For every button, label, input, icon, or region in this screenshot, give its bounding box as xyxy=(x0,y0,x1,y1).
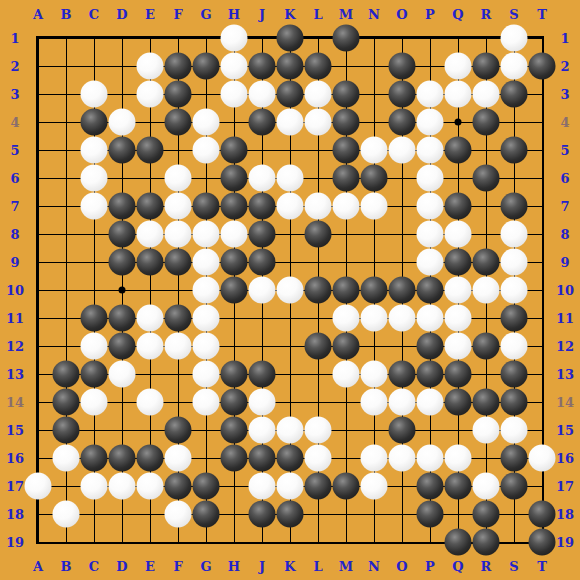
stone-H6[interactable] xyxy=(221,165,248,192)
row-label-9-left: 9 xyxy=(10,255,19,270)
stone-G10[interactable] xyxy=(193,277,220,304)
stone-H7[interactable] xyxy=(221,193,248,220)
column-label-P-top: P xyxy=(425,7,435,22)
column-label-M-top: M xyxy=(339,7,353,22)
stone-S7[interactable] xyxy=(501,193,528,220)
stone-N10[interactable] xyxy=(361,277,388,304)
stone-J9[interactable] xyxy=(249,249,276,276)
stone-F8[interactable] xyxy=(165,221,192,248)
stone-B18[interactable] xyxy=(53,501,80,528)
star-point-D10 xyxy=(119,287,126,294)
stone-P8[interactable] xyxy=(417,221,444,248)
stone-P12[interactable] xyxy=(417,333,444,360)
row-label-3-left: 3 xyxy=(10,87,19,102)
stone-J6[interactable] xyxy=(249,165,276,192)
row-label-4-left: 4 xyxy=(10,115,19,130)
stone-T18[interactable] xyxy=(529,501,556,528)
stone-P14[interactable] xyxy=(417,389,444,416)
row-label-10-left: 10 xyxy=(6,283,24,298)
stone-N13[interactable] xyxy=(361,361,388,388)
stone-S17[interactable] xyxy=(501,473,528,500)
row-label-16-left: 16 xyxy=(6,451,24,466)
stone-L2[interactable] xyxy=(305,53,332,80)
column-label-C-bottom: C xyxy=(89,559,99,574)
column-label-S-bottom: S xyxy=(509,559,518,574)
stone-N11[interactable] xyxy=(361,305,388,332)
stone-P4[interactable] xyxy=(417,109,444,136)
column-label-F-top: F xyxy=(173,7,182,22)
stone-F15[interactable] xyxy=(165,417,192,444)
stone-N7[interactable] xyxy=(361,193,388,220)
stone-K10[interactable] xyxy=(277,277,304,304)
column-label-N-top: N xyxy=(368,7,380,22)
stone-F9[interactable] xyxy=(165,249,192,276)
stone-H2[interactable] xyxy=(221,53,248,80)
stone-K17[interactable] xyxy=(277,473,304,500)
stone-B14[interactable] xyxy=(53,389,80,416)
row-label-1-left: 1 xyxy=(10,31,19,46)
row-label-19-right: 19 xyxy=(556,535,574,550)
stone-R6[interactable] xyxy=(473,165,500,192)
row-label-15-right: 15 xyxy=(556,423,574,438)
column-label-K-bottom: K xyxy=(284,559,295,574)
stone-P17[interactable] xyxy=(417,473,444,500)
column-label-T-bottom: T xyxy=(537,559,547,574)
row-label-10-right: 10 xyxy=(556,283,574,298)
row-label-2-left: 2 xyxy=(10,59,19,74)
row-label-16-right: 16 xyxy=(556,451,574,466)
stone-O14[interactable] xyxy=(389,389,416,416)
column-label-N-bottom: N xyxy=(368,559,380,574)
stone-J8[interactable] xyxy=(249,221,276,248)
stone-E5[interactable] xyxy=(137,137,164,164)
column-label-B-top: B xyxy=(61,7,72,22)
stone-K2[interactable] xyxy=(277,53,304,80)
stone-M13[interactable] xyxy=(333,361,360,388)
stone-C7[interactable] xyxy=(81,193,108,220)
stone-D4[interactable] xyxy=(109,109,136,136)
stone-F11[interactable] xyxy=(165,305,192,332)
stone-O3[interactable] xyxy=(389,81,416,108)
stone-Q12[interactable] xyxy=(445,333,472,360)
stone-S13[interactable] xyxy=(501,361,528,388)
row-label-11-left: 11 xyxy=(6,311,24,326)
stone-G2[interactable] xyxy=(193,53,220,80)
stone-E7[interactable] xyxy=(137,193,164,220)
stone-G9[interactable] xyxy=(193,249,220,276)
row-label-8-right: 8 xyxy=(560,227,569,242)
row-label-6-left: 6 xyxy=(10,171,19,186)
stone-F6[interactable] xyxy=(165,165,192,192)
row-label-5-right: 5 xyxy=(560,143,569,158)
stone-K3[interactable] xyxy=(277,81,304,108)
row-label-3-right: 3 xyxy=(560,87,569,102)
stone-B13[interactable] xyxy=(53,361,80,388)
stone-C4[interactable] xyxy=(81,109,108,136)
row-label-18-left: 18 xyxy=(6,507,24,522)
row-label-18-right: 18 xyxy=(556,507,574,522)
stone-R15[interactable] xyxy=(473,417,500,444)
stone-G4[interactable] xyxy=(193,109,220,136)
stone-C3[interactable] xyxy=(81,81,108,108)
column-label-H-top: H xyxy=(228,7,240,22)
stone-Q5[interactable] xyxy=(445,137,472,164)
stone-C12[interactable] xyxy=(81,333,108,360)
row-label-9-right: 9 xyxy=(560,255,569,270)
stone-D9[interactable] xyxy=(109,249,136,276)
stone-F7[interactable] xyxy=(165,193,192,220)
stone-O2[interactable] xyxy=(389,53,416,80)
column-label-D-bottom: D xyxy=(116,559,127,574)
stone-P18[interactable] xyxy=(417,501,444,528)
stone-Q19[interactable] xyxy=(445,529,472,556)
row-label-7-right: 7 xyxy=(560,199,569,214)
stone-J13[interactable] xyxy=(249,361,276,388)
stone-C16[interactable] xyxy=(81,445,108,472)
stone-K18[interactable] xyxy=(277,501,304,528)
column-label-S-top: S xyxy=(509,7,518,22)
stone-H16[interactable] xyxy=(221,445,248,472)
column-label-R-top: R xyxy=(481,7,492,22)
stone-S1[interactable] xyxy=(501,25,528,52)
stone-D13[interactable] xyxy=(109,361,136,388)
stone-H10[interactable] xyxy=(221,277,248,304)
stone-K1[interactable] xyxy=(277,25,304,52)
stone-P9[interactable] xyxy=(417,249,444,276)
stone-T19[interactable] xyxy=(529,529,556,556)
column-label-L-top: L xyxy=(313,7,322,22)
stone-M12[interactable] xyxy=(333,333,360,360)
stone-H13[interactable] xyxy=(221,361,248,388)
stone-S14[interactable] xyxy=(501,389,528,416)
row-label-15-left: 15 xyxy=(6,423,24,438)
column-label-M-bottom: M xyxy=(339,559,353,574)
stone-M4[interactable] xyxy=(333,109,360,136)
stone-H8[interactable] xyxy=(221,221,248,248)
stone-D12[interactable] xyxy=(109,333,136,360)
stone-E12[interactable] xyxy=(137,333,164,360)
column-label-C-top: C xyxy=(89,7,99,22)
row-label-12-right: 12 xyxy=(556,339,574,354)
stone-Q16[interactable] xyxy=(445,445,472,472)
stone-R3[interactable] xyxy=(473,81,500,108)
row-label-2-right: 2 xyxy=(560,59,569,74)
stone-E11[interactable] xyxy=(137,305,164,332)
stone-L15[interactable] xyxy=(305,417,332,444)
stone-M17[interactable] xyxy=(333,473,360,500)
stone-J14[interactable] xyxy=(249,389,276,416)
stone-J15[interactable] xyxy=(249,417,276,444)
column-label-A-top: A xyxy=(33,7,43,22)
column-label-J-top: J xyxy=(259,7,265,22)
stone-Q10[interactable] xyxy=(445,277,472,304)
stone-H15[interactable] xyxy=(221,417,248,444)
column-label-R-bottom: R xyxy=(481,559,492,574)
row-label-13-right: 13 xyxy=(556,367,574,382)
stone-R19[interactable] xyxy=(473,529,500,556)
stone-G5[interactable] xyxy=(193,137,220,164)
stone-G18[interactable] xyxy=(193,501,220,528)
stone-H1[interactable] xyxy=(221,25,248,52)
stone-R18[interactable] xyxy=(473,501,500,528)
column-label-D-top: D xyxy=(116,7,127,22)
stone-P6[interactable] xyxy=(417,165,444,192)
stone-Q11[interactable] xyxy=(445,305,472,332)
stone-L12[interactable] xyxy=(305,333,332,360)
stone-M11[interactable] xyxy=(333,305,360,332)
stone-Q7[interactable] xyxy=(445,193,472,220)
stone-E17[interactable] xyxy=(137,473,164,500)
stone-S2[interactable] xyxy=(501,53,528,80)
stone-S3[interactable] xyxy=(501,81,528,108)
stone-K6[interactable] xyxy=(277,165,304,192)
stone-P10[interactable] xyxy=(417,277,444,304)
row-label-17-right: 17 xyxy=(556,479,574,494)
stone-M10[interactable] xyxy=(333,277,360,304)
star-point-Q4 xyxy=(455,119,462,126)
stone-S15[interactable] xyxy=(501,417,528,444)
stone-L7[interactable] xyxy=(305,193,332,220)
stone-Q14[interactable] xyxy=(445,389,472,416)
stone-O13[interactable] xyxy=(389,361,416,388)
stone-D7[interactable] xyxy=(109,193,136,220)
row-label-13-left: 13 xyxy=(6,367,24,382)
stone-R4[interactable] xyxy=(473,109,500,136)
column-label-Q-top: Q xyxy=(452,7,463,22)
stone-J7[interactable] xyxy=(249,193,276,220)
stone-Q8[interactable] xyxy=(445,221,472,248)
stone-S12[interactable] xyxy=(501,333,528,360)
column-label-A-bottom: A xyxy=(33,559,43,574)
stone-S8[interactable] xyxy=(501,221,528,248)
stone-M5[interactable] xyxy=(333,137,360,164)
stone-R14[interactable] xyxy=(473,389,500,416)
stone-L17[interactable] xyxy=(305,473,332,500)
stone-S9[interactable] xyxy=(501,249,528,276)
stone-D17[interactable] xyxy=(109,473,136,500)
row-label-4-right: 4 xyxy=(560,115,569,130)
stone-C13[interactable] xyxy=(81,361,108,388)
stone-H14[interactable] xyxy=(221,389,248,416)
stone-O10[interactable] xyxy=(389,277,416,304)
stone-P16[interactable] xyxy=(417,445,444,472)
row-label-14-left: 14 xyxy=(6,395,24,410)
stone-N6[interactable] xyxy=(361,165,388,192)
stone-L3[interactable] xyxy=(305,81,332,108)
stone-R2[interactable] xyxy=(473,53,500,80)
row-label-17-left: 17 xyxy=(6,479,24,494)
column-label-B-bottom: B xyxy=(61,559,72,574)
stone-M3[interactable] xyxy=(333,81,360,108)
stone-P11[interactable] xyxy=(417,305,444,332)
column-label-K-top: K xyxy=(284,7,295,22)
stone-M6[interactable] xyxy=(333,165,360,192)
stone-F17[interactable] xyxy=(165,473,192,500)
row-label-7-left: 7 xyxy=(10,199,19,214)
stone-Q2[interactable] xyxy=(445,53,472,80)
stone-G8[interactable] xyxy=(193,221,220,248)
stone-S11[interactable] xyxy=(501,305,528,332)
column-label-H-bottom: H xyxy=(228,559,240,574)
stone-F18[interactable] xyxy=(165,501,192,528)
stone-R9[interactable] xyxy=(473,249,500,276)
stone-C11[interactable] xyxy=(81,305,108,332)
stone-S5[interactable] xyxy=(501,137,528,164)
stone-P7[interactable] xyxy=(417,193,444,220)
row-label-1-right: 1 xyxy=(560,31,569,46)
row-label-5-left: 5 xyxy=(10,143,19,158)
column-label-E-top: E xyxy=(145,7,155,22)
go-board: AABBCCDDEEFFGGHHJJKKLLMMNNOOPPQQRRSSTT11… xyxy=(0,0,580,580)
column-label-G-top: G xyxy=(200,7,211,22)
stone-B16[interactable] xyxy=(53,445,80,472)
stone-J16[interactable] xyxy=(249,445,276,472)
stone-O16[interactable] xyxy=(389,445,416,472)
stone-R17[interactable] xyxy=(473,473,500,500)
stone-K15[interactable] xyxy=(277,417,304,444)
stone-H3[interactable] xyxy=(221,81,248,108)
stone-Q9[interactable] xyxy=(445,249,472,276)
stone-R10[interactable] xyxy=(473,277,500,304)
stone-E2[interactable] xyxy=(137,53,164,80)
stone-C5[interactable] xyxy=(81,137,108,164)
stone-L8[interactable] xyxy=(305,221,332,248)
stone-F12[interactable] xyxy=(165,333,192,360)
stone-E16[interactable] xyxy=(137,445,164,472)
row-label-12-left: 12 xyxy=(6,339,24,354)
stone-O5[interactable] xyxy=(389,137,416,164)
stone-E8[interactable] xyxy=(137,221,164,248)
column-label-T-top: T xyxy=(537,7,547,22)
stone-C14[interactable] xyxy=(81,389,108,416)
stone-J2[interactable] xyxy=(249,53,276,80)
stone-O4[interactable] xyxy=(389,109,416,136)
column-label-O-top: O xyxy=(396,7,407,22)
column-label-F-bottom: F xyxy=(173,559,182,574)
row-label-6-right: 6 xyxy=(560,171,569,186)
stone-P5[interactable] xyxy=(417,137,444,164)
stone-M7[interactable] xyxy=(333,193,360,220)
stone-P3[interactable] xyxy=(417,81,444,108)
stone-E9[interactable] xyxy=(137,249,164,276)
stone-G7[interactable] xyxy=(193,193,220,220)
stone-O11[interactable] xyxy=(389,305,416,332)
stone-D11[interactable] xyxy=(109,305,136,332)
stone-J3[interactable] xyxy=(249,81,276,108)
stone-K16[interactable] xyxy=(277,445,304,472)
stone-A17[interactable] xyxy=(25,473,52,500)
stone-J10[interactable] xyxy=(249,277,276,304)
stone-M1[interactable] xyxy=(333,25,360,52)
stone-T2[interactable] xyxy=(529,53,556,80)
stone-L10[interactable] xyxy=(305,277,332,304)
stone-G14[interactable] xyxy=(193,389,220,416)
row-label-14-right: 14 xyxy=(556,395,574,410)
stone-N16[interactable] xyxy=(361,445,388,472)
stone-Q3[interactable] xyxy=(445,81,472,108)
stone-T16[interactable] xyxy=(529,445,556,472)
stone-L4[interactable] xyxy=(305,109,332,136)
stone-H9[interactable] xyxy=(221,249,248,276)
stone-C6[interactable] xyxy=(81,165,108,192)
stone-C17[interactable] xyxy=(81,473,108,500)
stone-K4[interactable] xyxy=(277,109,304,136)
stone-R12[interactable] xyxy=(473,333,500,360)
stone-S16[interactable] xyxy=(501,445,528,472)
stone-G12[interactable] xyxy=(193,333,220,360)
stone-J18[interactable] xyxy=(249,501,276,528)
stone-H5[interactable] xyxy=(221,137,248,164)
stone-N14[interactable] xyxy=(361,389,388,416)
row-label-11-right: 11 xyxy=(556,311,574,326)
column-label-E-bottom: E xyxy=(145,559,155,574)
stone-J17[interactable] xyxy=(249,473,276,500)
stone-G13[interactable] xyxy=(193,361,220,388)
stone-N5[interactable] xyxy=(361,137,388,164)
column-label-J-bottom: J xyxy=(259,559,265,574)
stone-G11[interactable] xyxy=(193,305,220,332)
stone-G17[interactable] xyxy=(193,473,220,500)
row-label-8-left: 8 xyxy=(10,227,19,242)
stone-N17[interactable] xyxy=(361,473,388,500)
stone-S10[interactable] xyxy=(501,277,528,304)
stone-Q17[interactable] xyxy=(445,473,472,500)
stone-F3[interactable] xyxy=(165,81,192,108)
column-label-G-bottom: G xyxy=(200,559,211,574)
stone-F16[interactable] xyxy=(165,445,192,472)
column-label-O-bottom: O xyxy=(396,559,407,574)
column-label-L-bottom: L xyxy=(313,559,322,574)
stone-D5[interactable] xyxy=(109,137,136,164)
stone-E14[interactable] xyxy=(137,389,164,416)
stone-L16[interactable] xyxy=(305,445,332,472)
column-label-P-bottom: P xyxy=(425,559,435,574)
stone-F4[interactable] xyxy=(165,109,192,136)
stone-B15[interactable] xyxy=(53,417,80,444)
row-label-19-left: 19 xyxy=(6,535,24,550)
stone-F2[interactable] xyxy=(165,53,192,80)
stone-P13[interactable] xyxy=(417,361,444,388)
stone-O15[interactable] xyxy=(389,417,416,444)
stone-D8[interactable] xyxy=(109,221,136,248)
stone-Q13[interactable] xyxy=(445,361,472,388)
stone-D16[interactable] xyxy=(109,445,136,472)
stone-E3[interactable] xyxy=(137,81,164,108)
stone-K7[interactable] xyxy=(277,193,304,220)
column-label-Q-bottom: Q xyxy=(452,559,463,574)
stone-J4[interactable] xyxy=(249,109,276,136)
